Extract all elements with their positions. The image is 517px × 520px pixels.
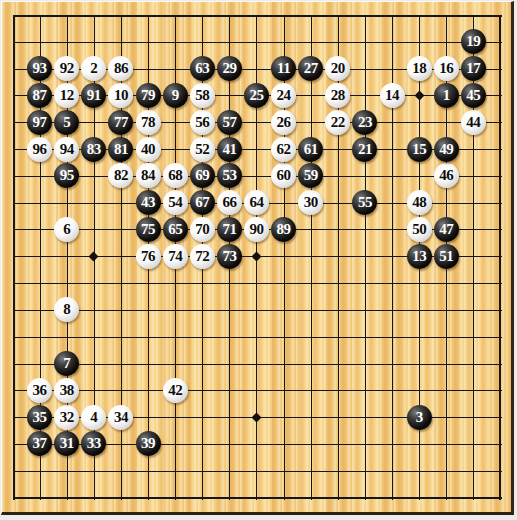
stone-white: 64 bbox=[244, 190, 269, 215]
move-number: 61 bbox=[304, 137, 318, 162]
move-number: 49 bbox=[439, 137, 453, 162]
move-number: 95 bbox=[60, 163, 74, 188]
stone-black: 3 bbox=[407, 405, 432, 430]
stone-black: 95 bbox=[54, 163, 79, 188]
move-number: 59 bbox=[304, 163, 318, 188]
stone-white: 2 bbox=[81, 56, 106, 81]
move-number: 17 bbox=[466, 56, 480, 81]
stone-black: 83 bbox=[81, 137, 106, 162]
move-number: 89 bbox=[277, 217, 291, 242]
kifu-screenshot: { "game": "go", "board_size": 19, "diagr… bbox=[0, 0, 517, 520]
stone-white: 52 bbox=[190, 137, 215, 162]
move-number: 81 bbox=[114, 137, 128, 162]
stone-black: 7 bbox=[54, 351, 79, 376]
stone-white: 90 bbox=[244, 217, 269, 242]
stone-black: 87 bbox=[27, 83, 52, 108]
move-number: 16 bbox=[439, 56, 453, 81]
move-number: 40 bbox=[141, 137, 155, 162]
move-number: 74 bbox=[168, 244, 182, 269]
stone-white: 14 bbox=[380, 83, 405, 108]
move-number: 55 bbox=[358, 190, 372, 215]
move-number: 58 bbox=[195, 83, 209, 108]
move-number: 46 bbox=[439, 163, 453, 188]
move-number: 21 bbox=[358, 137, 372, 162]
move-number: 79 bbox=[141, 83, 155, 108]
stone-layer: 1234567891011121314151617181920212223242… bbox=[2, 2, 511, 512]
move-number: 39 bbox=[141, 431, 155, 456]
move-number: 36 bbox=[33, 378, 47, 403]
stone-black: 43 bbox=[136, 190, 161, 215]
stone-black: 35 bbox=[27, 405, 52, 430]
move-number: 64 bbox=[249, 190, 263, 215]
move-number: 63 bbox=[195, 56, 209, 81]
stone-white: 96 bbox=[27, 137, 52, 162]
stone-black: 73 bbox=[217, 244, 242, 269]
move-number: 25 bbox=[249, 83, 263, 108]
go-board[interactable]: 1234567891011121314151617181920212223242… bbox=[1, 1, 514, 515]
move-number: 33 bbox=[87, 431, 101, 456]
move-number: 43 bbox=[141, 190, 155, 215]
move-number: 54 bbox=[168, 190, 182, 215]
stone-black: 17 bbox=[461, 56, 486, 81]
stone-black: 13 bbox=[407, 244, 432, 269]
stone-white: 56 bbox=[190, 110, 215, 135]
move-number: 37 bbox=[33, 431, 47, 456]
move-number: 48 bbox=[412, 190, 426, 215]
stone-white: 18 bbox=[407, 56, 432, 81]
move-number: 68 bbox=[168, 163, 182, 188]
stone-black: 63 bbox=[190, 56, 215, 81]
stone-white: 22 bbox=[325, 110, 350, 135]
move-number: 92 bbox=[60, 56, 74, 81]
move-number: 60 bbox=[277, 163, 291, 188]
move-number: 52 bbox=[195, 137, 209, 162]
move-number: 87 bbox=[33, 83, 47, 108]
move-number: 6 bbox=[63, 217, 70, 242]
move-number: 45 bbox=[466, 83, 480, 108]
stone-white: 34 bbox=[108, 405, 133, 430]
move-number: 42 bbox=[168, 378, 182, 403]
stone-white: 60 bbox=[271, 163, 296, 188]
stone-black: 29 bbox=[217, 56, 242, 81]
move-number: 90 bbox=[249, 217, 263, 242]
stone-black: 21 bbox=[352, 137, 377, 162]
stone-white: 48 bbox=[407, 190, 432, 215]
stone-white: 38 bbox=[54, 378, 79, 403]
move-number: 10 bbox=[114, 83, 128, 108]
stone-white: 46 bbox=[434, 163, 459, 188]
move-number: 41 bbox=[222, 137, 236, 162]
stone-black: 65 bbox=[163, 217, 188, 242]
move-number: 93 bbox=[33, 56, 47, 81]
move-number: 29 bbox=[222, 56, 236, 81]
stone-white: 28 bbox=[325, 83, 350, 108]
stone-white: 30 bbox=[298, 190, 323, 215]
move-number: 47 bbox=[439, 217, 453, 242]
stone-white: 16 bbox=[434, 56, 459, 81]
stone-white: 42 bbox=[163, 378, 188, 403]
stone-black: 53 bbox=[217, 163, 242, 188]
move-number: 56 bbox=[195, 110, 209, 135]
move-number: 77 bbox=[114, 110, 128, 135]
stone-black: 51 bbox=[434, 244, 459, 269]
move-number: 83 bbox=[87, 137, 101, 162]
stone-white: 66 bbox=[217, 190, 242, 215]
stone-black: 93 bbox=[27, 56, 52, 81]
stone-white: 12 bbox=[54, 83, 79, 108]
stone-black: 5 bbox=[54, 110, 79, 135]
move-number: 7 bbox=[63, 351, 70, 376]
move-number: 53 bbox=[222, 163, 236, 188]
stone-black: 81 bbox=[108, 137, 133, 162]
stone-black: 77 bbox=[108, 110, 133, 135]
stone-white: 68 bbox=[163, 163, 188, 188]
stone-black: 41 bbox=[217, 137, 242, 162]
move-number: 23 bbox=[358, 110, 372, 135]
move-number: 62 bbox=[277, 137, 291, 162]
move-number: 57 bbox=[222, 110, 236, 135]
move-number: 75 bbox=[141, 217, 155, 242]
move-number: 70 bbox=[195, 217, 209, 242]
move-number: 66 bbox=[222, 190, 236, 215]
move-number: 69 bbox=[195, 163, 209, 188]
stone-black: 59 bbox=[298, 163, 323, 188]
stone-white: 36 bbox=[27, 378, 52, 403]
move-number: 34 bbox=[114, 405, 128, 430]
stone-black: 25 bbox=[244, 83, 269, 108]
move-number: 82 bbox=[114, 163, 128, 188]
move-number: 14 bbox=[385, 83, 399, 108]
stone-black: 89 bbox=[271, 217, 296, 242]
move-number: 35 bbox=[33, 405, 47, 430]
stone-white: 54 bbox=[163, 190, 188, 215]
move-number: 11 bbox=[277, 56, 290, 81]
move-number: 50 bbox=[412, 217, 426, 242]
move-number: 78 bbox=[141, 110, 155, 135]
stone-black: 19 bbox=[461, 29, 486, 54]
move-number: 94 bbox=[60, 137, 74, 162]
stone-white: 72 bbox=[190, 244, 215, 269]
stone-black: 47 bbox=[434, 217, 459, 242]
move-number: 76 bbox=[141, 244, 155, 269]
move-number: 13 bbox=[412, 244, 426, 269]
move-number: 38 bbox=[60, 378, 74, 403]
move-number: 91 bbox=[87, 83, 101, 108]
move-number: 24 bbox=[277, 83, 291, 108]
stone-black: 31 bbox=[54, 431, 79, 456]
stone-black: 11 bbox=[271, 56, 296, 81]
move-number: 97 bbox=[33, 110, 47, 135]
stone-black: 57 bbox=[217, 110, 242, 135]
move-number: 65 bbox=[168, 217, 182, 242]
stone-white: 32 bbox=[54, 405, 79, 430]
stone-black: 1 bbox=[434, 83, 459, 108]
move-number: 71 bbox=[222, 217, 236, 242]
move-number: 18 bbox=[412, 56, 426, 81]
stone-black: 71 bbox=[217, 217, 242, 242]
stone-black: 97 bbox=[27, 110, 52, 135]
stone-black: 27 bbox=[298, 56, 323, 81]
move-number: 2 bbox=[90, 56, 97, 81]
move-number: 86 bbox=[114, 56, 128, 81]
stone-white: 78 bbox=[136, 110, 161, 135]
stone-white: 92 bbox=[54, 56, 79, 81]
stone-white: 8 bbox=[54, 297, 79, 322]
move-number: 84 bbox=[141, 163, 155, 188]
move-number: 15 bbox=[412, 137, 426, 162]
move-number: 3 bbox=[416, 405, 423, 430]
stone-white: 50 bbox=[407, 217, 432, 242]
stone-white: 10 bbox=[108, 83, 133, 108]
move-number: 19 bbox=[466, 29, 480, 54]
stone-white: 84 bbox=[136, 163, 161, 188]
stone-black: 33 bbox=[81, 431, 106, 456]
move-number: 32 bbox=[60, 405, 74, 430]
move-number: 44 bbox=[466, 110, 480, 135]
stone-black: 91 bbox=[81, 83, 106, 108]
stone-black: 67 bbox=[190, 190, 215, 215]
move-number: 30 bbox=[304, 190, 318, 215]
stone-white: 40 bbox=[136, 137, 161, 162]
move-number: 9 bbox=[172, 83, 179, 108]
stone-white: 26 bbox=[271, 110, 296, 135]
move-number: 1 bbox=[443, 83, 450, 108]
move-number: 72 bbox=[195, 244, 209, 269]
stone-black: 23 bbox=[352, 110, 377, 135]
stone-white: 62 bbox=[271, 137, 296, 162]
stone-white: 58 bbox=[190, 83, 215, 108]
stone-white: 70 bbox=[190, 217, 215, 242]
stone-black: 9 bbox=[163, 83, 188, 108]
move-number: 4 bbox=[90, 405, 97, 430]
stone-black: 75 bbox=[136, 217, 161, 242]
move-number: 51 bbox=[439, 244, 453, 269]
stone-white: 44 bbox=[461, 110, 486, 135]
stone-black: 45 bbox=[461, 83, 486, 108]
move-number: 5 bbox=[63, 110, 70, 135]
move-number: 67 bbox=[195, 190, 209, 215]
stone-white: 20 bbox=[325, 56, 350, 81]
stone-white: 76 bbox=[136, 244, 161, 269]
move-number: 73 bbox=[222, 244, 236, 269]
stone-black: 49 bbox=[434, 137, 459, 162]
move-number: 22 bbox=[331, 110, 345, 135]
move-number: 28 bbox=[331, 83, 345, 108]
stone-black: 37 bbox=[27, 431, 52, 456]
move-number: 31 bbox=[60, 431, 74, 456]
move-number: 27 bbox=[304, 56, 318, 81]
move-number: 26 bbox=[277, 110, 291, 135]
move-number: 12 bbox=[60, 83, 74, 108]
stone-black: 39 bbox=[136, 431, 161, 456]
stone-black: 79 bbox=[136, 83, 161, 108]
stone-white: 74 bbox=[163, 244, 188, 269]
stone-black: 15 bbox=[407, 137, 432, 162]
move-number: 96 bbox=[33, 137, 47, 162]
stone-black: 61 bbox=[298, 137, 323, 162]
move-number: 8 bbox=[63, 297, 70, 322]
stone-black: 55 bbox=[352, 190, 377, 215]
stone-white: 94 bbox=[54, 137, 79, 162]
move-number: 20 bbox=[331, 56, 345, 81]
stone-white: 24 bbox=[271, 83, 296, 108]
stone-white: 86 bbox=[108, 56, 133, 81]
stone-black: 69 bbox=[190, 163, 215, 188]
stone-white: 4 bbox=[81, 405, 106, 430]
stone-white: 6 bbox=[54, 217, 79, 242]
stone-white: 82 bbox=[108, 163, 133, 188]
